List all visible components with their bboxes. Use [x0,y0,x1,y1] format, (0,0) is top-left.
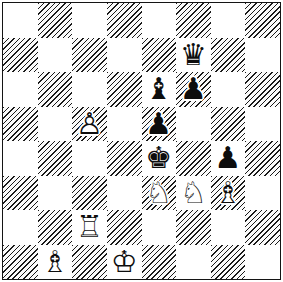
square-a3 [3,176,38,211]
white-pawn-c5: ♟♙ [76,109,103,139]
square-a7 [3,38,38,73]
square-f1 [176,245,211,280]
square-f7: ♛♛ [176,38,211,73]
square-h8 [245,3,280,38]
square-g4: ♟♟ [211,141,246,176]
square-a1 [3,245,38,280]
square-c6 [72,72,107,107]
piece-glyph: ♛ [180,40,207,70]
piece-glyph: ♗ [215,178,242,208]
piece-glyph: ♝ [145,74,172,104]
square-d1: ♚♔ [107,245,142,280]
piece-glyph: ♟ [145,109,172,139]
square-b5 [38,107,73,142]
square-g6 [211,72,246,107]
white-rook-c2: ♜♖ [76,212,103,242]
square-a5 [3,107,38,142]
piece-glyph: ♘ [145,178,172,208]
white-knight-e3: ♞♘ [145,178,172,208]
square-f2 [176,210,211,245]
square-c5: ♟♙ [72,107,107,142]
piece-glyph: ♖ [76,212,103,242]
black-king-e4: ♚♚ [145,143,172,173]
black-pawn-f6: ♟♟ [180,74,207,104]
white-knight-f3: ♞♘ [180,178,207,208]
piece-glyph: ♚ [145,143,172,173]
piece-glyph: ♔ [111,247,138,277]
square-h2 [245,210,280,245]
square-d7 [107,38,142,73]
square-g2 [211,210,246,245]
square-d3 [107,176,142,211]
square-g8 [211,3,246,38]
square-g7 [211,38,246,73]
square-e3: ♞♘ [142,176,177,211]
square-d5 [107,107,142,142]
white-king-d1: ♚♔ [111,247,138,277]
square-g1 [211,245,246,280]
square-c7 [72,38,107,73]
square-c1 [72,245,107,280]
square-a2 [3,210,38,245]
square-h7 [245,38,280,73]
white-bishop-g3: ♝♗ [215,178,242,208]
square-c4 [72,141,107,176]
square-f8 [176,3,211,38]
square-g3: ♝♗ [211,176,246,211]
square-a4 [3,141,38,176]
square-h4 [245,141,280,176]
square-f4 [176,141,211,176]
square-h1 [245,245,280,280]
diagram-page: ♛♛♝♝♟♟♟♙♟♟♚♚♟♟♞♘♞♘♝♗♜♖♝♗♚♔ [0,0,283,282]
square-e8 [142,3,177,38]
square-f6: ♟♟ [176,72,211,107]
square-b1: ♝♗ [38,245,73,280]
square-e7 [142,38,177,73]
piece-glyph: ♘ [180,178,207,208]
black-queen-f7: ♛♛ [180,40,207,70]
square-c8 [72,3,107,38]
square-f5 [176,107,211,142]
black-pawn-e5: ♟♟ [145,109,172,139]
square-a6 [3,72,38,107]
square-b2 [38,210,73,245]
square-d8 [107,3,142,38]
square-e6: ♝♝ [142,72,177,107]
square-d6 [107,72,142,107]
piece-glyph: ♟ [215,143,242,173]
square-e2 [142,210,177,245]
square-b7 [38,38,73,73]
square-h3 [245,176,280,211]
square-c2: ♜♖ [72,210,107,245]
square-b6 [38,72,73,107]
piece-glyph: ♟ [180,74,207,104]
square-e5: ♟♟ [142,107,177,142]
white-bishop-b1: ♝♗ [41,247,68,277]
square-a8 [3,3,38,38]
black-bishop-e6: ♝♝ [145,74,172,104]
piece-glyph: ♗ [41,247,68,277]
square-b4 [38,141,73,176]
square-h6 [245,72,280,107]
piece-glyph: ♙ [76,109,103,139]
square-d2 [107,210,142,245]
square-e4: ♚♚ [142,141,177,176]
square-c3 [72,176,107,211]
square-e1 [142,245,177,280]
square-b8 [38,3,73,38]
square-h5 [245,107,280,142]
chessboard: ♛♛♝♝♟♟♟♙♟♟♚♚♟♟♞♘♞♘♝♗♜♖♝♗♚♔ [2,2,281,280]
square-f3: ♞♘ [176,176,211,211]
black-pawn-g4: ♟♟ [215,143,242,173]
square-g5 [211,107,246,142]
square-b3 [38,176,73,211]
square-d4 [107,141,142,176]
